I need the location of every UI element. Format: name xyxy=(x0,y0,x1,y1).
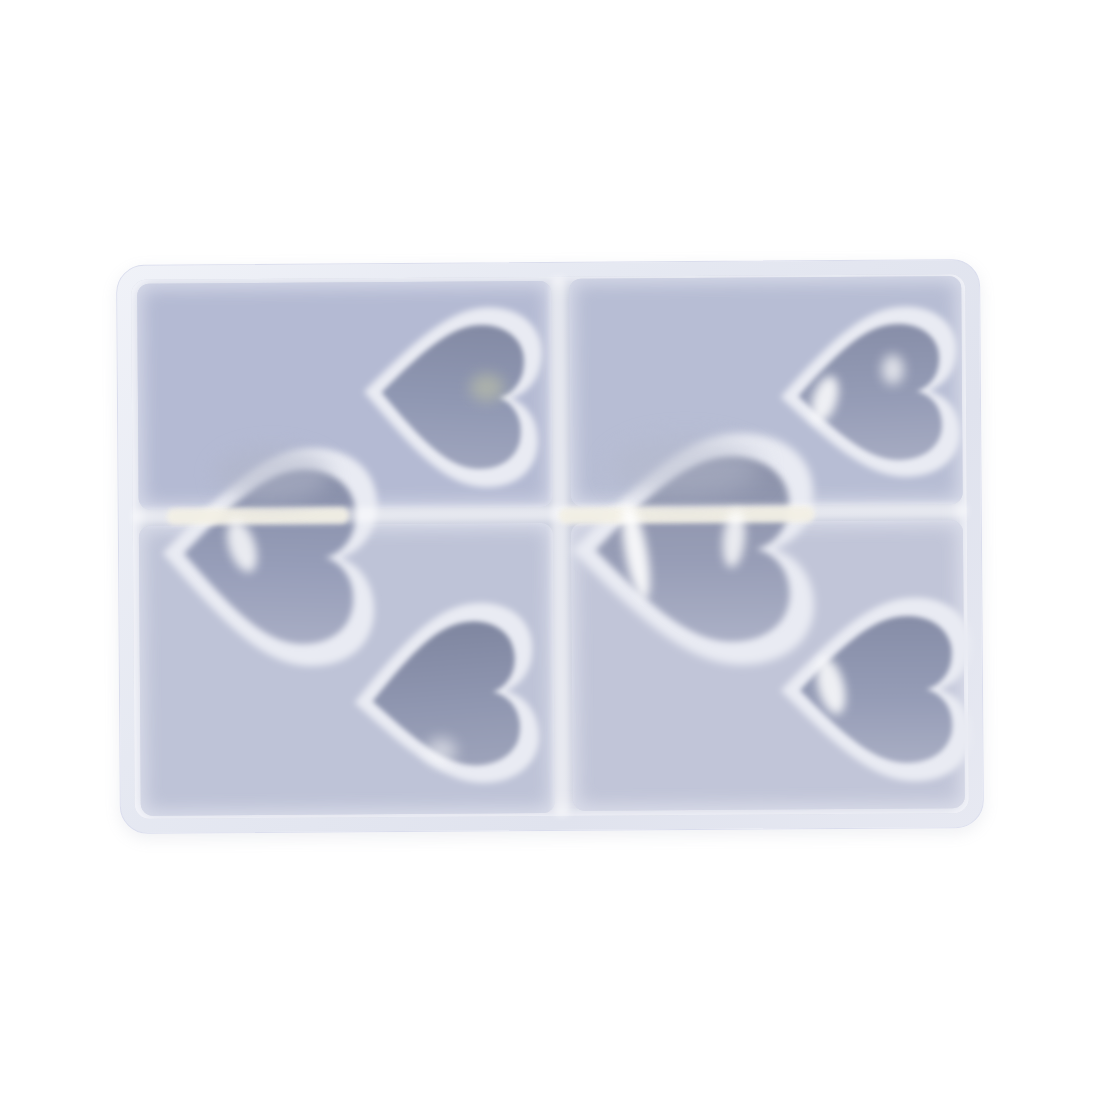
specular-highlight xyxy=(426,738,456,764)
specular-highlight xyxy=(470,373,504,401)
seam-glint xyxy=(559,506,815,524)
heart-cavity-small-bottom-right xyxy=(767,587,985,793)
heart-shape xyxy=(767,587,985,793)
seam-glint xyxy=(167,507,349,524)
specular-highlight xyxy=(882,355,904,385)
cavity-well xyxy=(378,321,525,471)
silicone-mold xyxy=(116,259,984,834)
heart-shape xyxy=(335,588,556,803)
product-photo-canvas xyxy=(0,0,1100,1100)
heart-cavity-small-bottom-left xyxy=(335,588,556,803)
